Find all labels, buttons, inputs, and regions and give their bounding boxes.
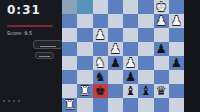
board-square-e3[interactable]: ♟ <box>123 70 138 84</box>
board-square-b6[interactable] <box>77 28 92 42</box>
board-square-h7[interactable]: ♟ <box>169 14 184 28</box>
black-bishop-piece: ♝ <box>125 84 136 98</box>
board-square-e1[interactable] <box>123 98 138 112</box>
board-square-g3[interactable] <box>154 70 169 84</box>
sidebar-button-primary[interactable] <box>33 40 63 49</box>
board-square-h5[interactable] <box>169 42 184 56</box>
board-square-f8[interactable] <box>138 0 153 14</box>
board-square-d4[interactable]: ♟ <box>108 56 123 70</box>
board-square-b8[interactable] <box>77 0 92 14</box>
board-square-h2[interactable] <box>169 84 184 98</box>
board-square-f5[interactable] <box>138 42 153 56</box>
black-knight-piece: ♞ <box>95 70 106 84</box>
board-square-b5[interactable] <box>77 42 92 56</box>
board-square-e7[interactable] <box>123 14 138 28</box>
footer-dot-icon <box>13 100 15 102</box>
chess-board: ♚♟♟♟♟♟♞♟♟♟♞♟♜♚♝♝♛♜ <box>62 0 184 112</box>
board-square-b3[interactable] <box>77 70 92 84</box>
board-square-b7[interactable] <box>77 14 92 28</box>
score-label: Score: 9.5 <box>7 30 32 36</box>
board-square-a8[interactable] <box>62 0 77 14</box>
board-square-a7[interactable] <box>62 14 77 28</box>
board-square-c6[interactable]: ♟ <box>93 28 108 42</box>
board-square-f6[interactable] <box>138 28 153 42</box>
board-square-g7[interactable]: ♟ <box>154 14 169 28</box>
black-bishop-piece: ♝ <box>140 84 151 98</box>
board-square-e4[interactable]: ♟ <box>123 56 138 70</box>
board-square-d5[interactable]: ♟ <box>108 42 123 56</box>
board-square-c5[interactable] <box>93 42 108 56</box>
black-king-piece: ♚ <box>95 84 106 98</box>
white-pawn-piece: ♟ <box>110 42 121 56</box>
board-square-b2[interactable]: ♜ <box>77 84 92 98</box>
board-square-h3[interactable] <box>169 70 184 84</box>
footer-dots <box>3 100 20 102</box>
board-square-a6[interactable] <box>62 28 77 42</box>
board-square-b4[interactable] <box>77 56 92 70</box>
board-square-c8[interactable] <box>93 0 108 14</box>
board-square-h8[interactable] <box>169 0 184 14</box>
board-square-c1[interactable] <box>93 98 108 112</box>
board-square-d1[interactable] <box>108 98 123 112</box>
white-rook-piece: ♜ <box>79 84 90 98</box>
board-square-d2[interactable] <box>108 84 123 98</box>
white-knight-piece: ♞ <box>95 56 106 70</box>
board-square-g4[interactable] <box>154 56 169 70</box>
white-pawn-piece: ♟ <box>171 14 182 28</box>
board-square-e5[interactable] <box>123 42 138 56</box>
board-square-e2[interactable]: ♝ <box>123 84 138 98</box>
board-square-f2[interactable]: ♝ <box>138 84 153 98</box>
board-square-e6[interactable] <box>123 28 138 42</box>
board-square-a4[interactable] <box>62 56 77 70</box>
board-square-a5[interactable] <box>62 42 77 56</box>
board-square-c3[interactable]: ♞ <box>93 70 108 84</box>
sidebar-button-secondary[interactable] <box>35 52 54 59</box>
board-square-d3[interactable] <box>108 70 123 84</box>
white-pawn-piece: ♟ <box>156 14 167 28</box>
board-square-a1[interactable]: ♜ <box>62 98 77 112</box>
board-square-g1[interactable] <box>154 98 169 112</box>
black-pawn-piece: ♟ <box>171 56 182 70</box>
board-square-f3[interactable] <box>138 70 153 84</box>
board-square-g8[interactable]: ♚ <box>154 0 169 14</box>
board-square-c4[interactable]: ♞ <box>93 56 108 70</box>
board-square-h6[interactable] <box>169 28 184 42</box>
board-square-f7[interactable] <box>138 14 153 28</box>
board-square-a3[interactable] <box>62 70 77 84</box>
white-king-piece: ♚ <box>156 0 167 14</box>
footer-dot-icon <box>8 100 10 102</box>
board-square-d8[interactable] <box>108 0 123 14</box>
board-square-g5[interactable]: ♟ <box>154 42 169 56</box>
time-progress-bar <box>7 25 53 27</box>
board-square-h4[interactable]: ♟ <box>169 56 184 70</box>
board-square-c7[interactable] <box>93 14 108 28</box>
board-square-c2[interactable]: ♚ <box>93 84 108 98</box>
board-square-f4[interactable] <box>138 56 153 70</box>
board-square-e8[interactable] <box>123 0 138 14</box>
white-pawn-piece: ♟ <box>125 56 136 70</box>
board-square-d6[interactable] <box>108 28 123 42</box>
black-pawn-piece: ♟ <box>110 56 121 70</box>
footer-dot-icon <box>18 100 20 102</box>
black-pawn-piece: ♟ <box>156 42 167 56</box>
white-pawn-piece: ♟ <box>95 28 106 42</box>
board-square-f1[interactable] <box>138 98 153 112</box>
board-square-a2[interactable] <box>62 84 77 98</box>
board-square-g2[interactable]: ♛ <box>154 84 169 98</box>
white-rook-piece: ♜ <box>64 98 75 112</box>
board-square-g6[interactable] <box>154 28 169 42</box>
board-square-b1[interactable] <box>77 98 92 112</box>
left-panel: 0:31 Score: 9.5 <box>0 0 62 112</box>
game-timer: 0:31 <box>7 3 41 17</box>
black-queen-piece: ♛ <box>156 84 167 98</box>
board-square-d7[interactable] <box>108 14 123 28</box>
black-pawn-piece: ♟ <box>125 70 136 84</box>
board-square-h1[interactable] <box>169 98 184 112</box>
footer-dot-icon <box>3 100 5 102</box>
